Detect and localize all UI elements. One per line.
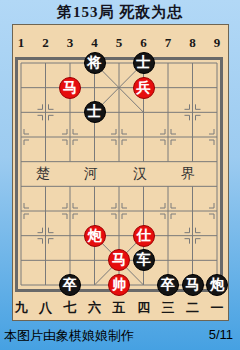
piece-black-chariot: 车 xyxy=(133,249,155,271)
file-label-bottom: 八 xyxy=(39,299,52,317)
file-label-bottom: 四 xyxy=(137,299,150,317)
credit-text: 本图片由象棋娘娘制作 xyxy=(4,327,134,345)
piece-red-soldier: 兵 xyxy=(133,77,155,99)
file-label-bottom: 一 xyxy=(211,299,224,317)
file-label-top: 9 xyxy=(214,35,221,51)
file-label-bottom: 六 xyxy=(88,299,101,317)
file-label-top: 4 xyxy=(91,35,98,51)
piece-black-soldier: 卒 xyxy=(157,274,179,296)
piece-black-general: 将 xyxy=(84,52,106,74)
page-indicator: 5/11 xyxy=(209,327,233,342)
file-label-top: 7 xyxy=(165,35,172,51)
piece-red-horse: 马 xyxy=(59,77,81,99)
piece-black-advisor: 士 xyxy=(133,52,155,74)
piece-black-horse: 马 xyxy=(182,274,204,296)
file-label-bottom: 七 xyxy=(64,299,77,317)
file-label-bottom: 九 xyxy=(15,299,28,317)
file-label-top: 2 xyxy=(42,35,49,51)
file-label-bottom: 二 xyxy=(186,299,199,317)
river-char: 河 xyxy=(84,165,98,183)
file-label-bottom: 五 xyxy=(113,299,126,317)
piece-red-cannon: 炮 xyxy=(84,225,106,247)
piece-black-soldier: 卒 xyxy=(59,274,81,296)
piece-black-advisor: 士 xyxy=(84,101,106,123)
piece-red-advisor: 仕 xyxy=(133,225,155,247)
river-char: 汉 xyxy=(133,165,147,183)
piece-black-cannon: 炮 xyxy=(206,274,228,296)
file-label-top: 8 xyxy=(189,35,196,51)
xiangqi-diagram: 第153局 死敌为忠 123456789 楚河汉界 将士马兵士炮仕马车卒帅卒马炮… xyxy=(0,0,240,350)
file-label-top: 6 xyxy=(140,35,147,51)
puzzle-title: 第153局 死敌为忠 xyxy=(0,0,240,23)
file-label-top: 1 xyxy=(18,35,25,51)
piece-red-general: 帅 xyxy=(108,274,130,296)
file-label-top: 3 xyxy=(67,35,74,51)
river-char: 楚 xyxy=(36,165,50,183)
river-char: 界 xyxy=(181,165,195,183)
file-label-top: 5 xyxy=(116,35,123,51)
file-label-bottom: 三 xyxy=(162,299,175,317)
